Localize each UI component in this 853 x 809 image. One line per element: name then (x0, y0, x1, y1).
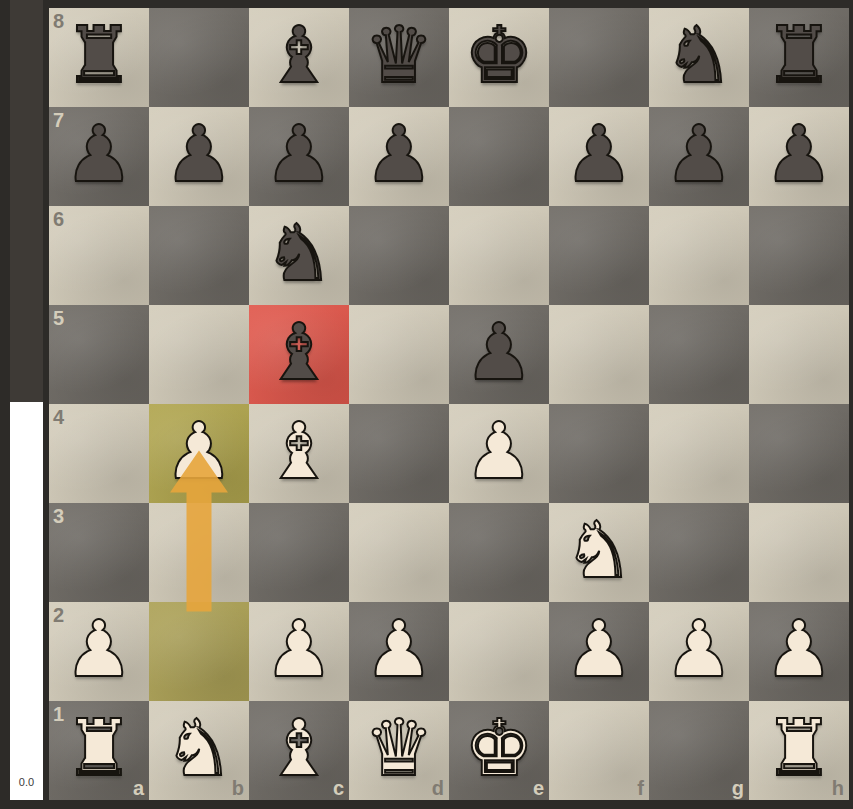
evaluation-bar-white-section (10, 402, 43, 800)
square-h5[interactable] (749, 305, 849, 404)
piece-white-pawn[interactable]: ♟ (264, 610, 334, 688)
piece-black-pawn[interactable]: ♟ (764, 115, 834, 193)
square-b3[interactable] (149, 503, 249, 602)
square-g5[interactable] (649, 305, 749, 404)
square-f6[interactable] (549, 206, 649, 305)
square-a4[interactable]: 4 (49, 404, 149, 503)
square-h4[interactable] (749, 404, 849, 503)
piece-black-pawn[interactable]: ♟ (64, 115, 134, 193)
square-c1[interactable]: c♝ (249, 701, 349, 800)
square-e8[interactable]: ♚ (449, 8, 549, 107)
square-a8[interactable]: 8♜ (49, 8, 149, 107)
piece-black-rook[interactable]: ♜ (764, 16, 834, 94)
square-d3[interactable] (349, 503, 449, 602)
square-b4[interactable]: ♟ (149, 404, 249, 503)
piece-white-rook[interactable]: ♜ (764, 709, 834, 787)
square-d1[interactable]: d♛ (349, 701, 449, 800)
square-e6[interactable] (449, 206, 549, 305)
piece-white-pawn[interactable]: ♟ (164, 412, 234, 490)
square-f3[interactable]: ♞ (549, 503, 649, 602)
square-f5[interactable] (549, 305, 649, 404)
square-a1[interactable]: 1a♜ (49, 701, 149, 800)
square-g6[interactable] (649, 206, 749, 305)
square-h2[interactable]: ♟ (749, 602, 849, 701)
rank-label-1: 1 (53, 704, 64, 724)
square-a6[interactable]: 6 (49, 206, 149, 305)
square-d4[interactable] (349, 404, 449, 503)
square-e2[interactable] (449, 602, 549, 701)
piece-black-rook[interactable]: ♜ (64, 16, 134, 94)
square-g2[interactable]: ♟ (649, 602, 749, 701)
square-b8[interactable] (149, 8, 249, 107)
square-f4[interactable] (549, 404, 649, 503)
piece-white-pawn[interactable]: ♟ (564, 610, 634, 688)
piece-white-bishop[interactable]: ♝ (264, 412, 334, 490)
square-c8[interactable]: ♝ (249, 8, 349, 107)
square-c7[interactable]: ♟ (249, 107, 349, 206)
square-f8[interactable] (549, 8, 649, 107)
square-d8[interactable]: ♛ (349, 8, 449, 107)
evaluation-bar: 0.0 (10, 0, 43, 800)
square-c3[interactable] (249, 503, 349, 602)
piece-black-pawn[interactable]: ♟ (164, 115, 234, 193)
square-c4[interactable]: ♝ (249, 404, 349, 503)
rank-label-8: 8 (53, 11, 64, 31)
square-g8[interactable]: ♞ (649, 8, 749, 107)
file-label-a: a (133, 778, 144, 798)
rank-label-6: 6 (53, 209, 64, 229)
square-e1[interactable]: e♚ (449, 701, 549, 800)
square-a2[interactable]: 2♟ (49, 602, 149, 701)
square-g1[interactable]: g (649, 701, 749, 800)
square-f7[interactable]: ♟ (549, 107, 649, 206)
square-b7[interactable]: ♟ (149, 107, 249, 206)
rank-label-7: 7 (53, 110, 64, 130)
piece-black-bishop[interactable]: ♝ (264, 16, 334, 94)
piece-black-pawn[interactable]: ♟ (564, 115, 634, 193)
piece-white-knight[interactable]: ♞ (164, 709, 234, 787)
square-c5[interactable]: ♝ (249, 305, 349, 404)
piece-black-knight[interactable]: ♞ (664, 16, 734, 94)
square-b5[interactable] (149, 305, 249, 404)
square-b2[interactable] (149, 602, 249, 701)
square-g3[interactable] (649, 503, 749, 602)
square-h6[interactable] (749, 206, 849, 305)
piece-black-pawn[interactable]: ♟ (664, 115, 734, 193)
file-label-c: c (333, 778, 344, 798)
piece-white-queen[interactable]: ♛ (364, 709, 434, 787)
square-h3[interactable] (749, 503, 849, 602)
piece-black-knight[interactable]: ♞ (264, 214, 334, 292)
piece-white-pawn[interactable]: ♟ (764, 610, 834, 688)
piece-white-pawn[interactable]: ♟ (664, 610, 734, 688)
square-c6[interactable]: ♞ (249, 206, 349, 305)
piece-white-rook[interactable]: ♜ (64, 709, 134, 787)
square-f2[interactable]: ♟ (549, 602, 649, 701)
square-g7[interactable]: ♟ (649, 107, 749, 206)
square-h1[interactable]: h♜ (749, 701, 849, 800)
square-h8[interactable]: ♜ (749, 8, 849, 107)
square-g4[interactable] (649, 404, 749, 503)
square-e5[interactable]: ♟ (449, 305, 549, 404)
piece-white-pawn[interactable]: ♟ (64, 610, 134, 688)
square-c2[interactable]: ♟ (249, 602, 349, 701)
piece-black-pawn[interactable]: ♟ (464, 313, 534, 391)
square-a7[interactable]: 7♟ (49, 107, 149, 206)
piece-black-king[interactable]: ♚ (464, 16, 534, 94)
rank-label-5: 5 (53, 308, 64, 328)
square-f1[interactable]: f (549, 701, 649, 800)
piece-black-pawn[interactable]: ♟ (364, 115, 434, 193)
square-d6[interactable] (349, 206, 449, 305)
square-e7[interactable] (449, 107, 549, 206)
piece-white-knight[interactable]: ♞ (564, 511, 634, 589)
square-e4[interactable]: ♟ (449, 404, 549, 503)
square-d7[interactable]: ♟ (349, 107, 449, 206)
piece-black-pawn[interactable]: ♟ (264, 115, 334, 193)
square-b1[interactable]: b♞ (149, 701, 249, 800)
piece-white-king[interactable]: ♚ (464, 709, 534, 787)
square-d5[interactable] (349, 305, 449, 404)
piece-white-pawn[interactable]: ♟ (464, 412, 534, 490)
square-b6[interactable] (149, 206, 249, 305)
piece-black-bishop[interactable]: ♝ (264, 313, 334, 391)
square-a3[interactable]: 3 (49, 503, 149, 602)
piece-white-pawn[interactable]: ♟ (364, 610, 434, 688)
piece-white-bishop[interactable]: ♝ (264, 709, 334, 787)
piece-black-queen[interactable]: ♛ (364, 16, 434, 94)
file-label-f: f (637, 778, 644, 798)
rank-label-2: 2 (53, 605, 64, 625)
chess-board: 8♜♝♛♚♞♜7♟♟♟♟♟♟♟6♞5♝♟4♟♝♟3♞2♟♟♟♟♟♟1a♜b♞c♝… (49, 8, 849, 800)
square-h7[interactable]: ♟ (749, 107, 849, 206)
file-label-e: e (533, 778, 544, 798)
evaluation-score: 0.0 (10, 776, 43, 788)
square-a5[interactable]: 5 (49, 305, 149, 404)
square-d2[interactable]: ♟ (349, 602, 449, 701)
rank-label-3: 3 (53, 506, 64, 526)
square-e3[interactable] (449, 503, 549, 602)
rank-label-4: 4 (53, 407, 64, 427)
file-label-g: g (732, 778, 744, 798)
